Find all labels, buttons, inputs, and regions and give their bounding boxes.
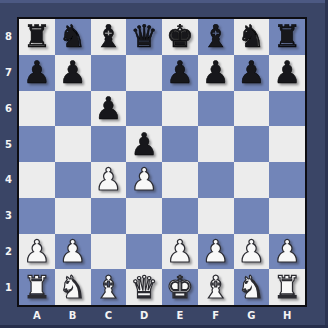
square-a5[interactable] <box>19 126 55 162</box>
rank-label-8: 8 <box>0 19 17 55</box>
square-e4[interactable] <box>162 162 198 198</box>
square-g6[interactable] <box>234 91 270 127</box>
square-g4[interactable] <box>234 162 270 198</box>
white-pawn-b2[interactable]: ♟ <box>59 236 87 267</box>
white-king-e1[interactable]: ♚ <box>166 272 194 303</box>
square-h5[interactable] <box>269 126 305 162</box>
rank-label-4: 4 <box>0 162 17 198</box>
square-f2[interactable]: ♟ <box>198 234 234 270</box>
square-b6[interactable] <box>55 91 91 127</box>
square-f7[interactable]: ♟ <box>198 55 234 91</box>
rank-label-7: 7 <box>0 55 17 91</box>
white-rook-h1[interactable]: ♜ <box>273 272 301 303</box>
square-e7[interactable]: ♟ <box>162 55 198 91</box>
rank-label-6: 6 <box>0 91 17 127</box>
square-b1[interactable]: ♞ <box>55 269 91 305</box>
square-a1[interactable]: ♜ <box>19 269 55 305</box>
rank-label-5: 5 <box>0 126 17 162</box>
square-a7[interactable]: ♟ <box>19 55 55 91</box>
file-labels: ABCDEFGH <box>19 307 305 324</box>
white-knight-b1[interactable]: ♞ <box>59 272 87 303</box>
square-g7[interactable]: ♟ <box>234 55 270 91</box>
white-pawn-h2[interactable]: ♟ <box>273 236 301 267</box>
square-g2[interactable]: ♟ <box>234 234 270 270</box>
white-bishop-c1[interactable]: ♝ <box>94 272 122 303</box>
rank-label-3: 3 <box>0 198 17 234</box>
file-label-b: B <box>55 307 91 324</box>
square-f6[interactable] <box>198 91 234 127</box>
file-label-h: H <box>269 307 305 324</box>
square-d7[interactable] <box>126 55 162 91</box>
square-c3[interactable] <box>91 198 127 234</box>
file-label-c: C <box>91 307 127 324</box>
rank-label-2: 2 <box>0 234 17 270</box>
square-e6[interactable] <box>162 91 198 127</box>
black-pawn-c6[interactable]: ♟ <box>94 93 122 124</box>
black-bishop-c8[interactable]: ♝ <box>94 21 122 52</box>
file-label-e: E <box>162 307 198 324</box>
square-d3[interactable] <box>126 198 162 234</box>
square-d2[interactable] <box>126 234 162 270</box>
square-c5[interactable] <box>91 126 127 162</box>
white-bishop-f1[interactable]: ♝ <box>202 272 230 303</box>
black-pawn-a7[interactable]: ♟ <box>23 57 51 88</box>
white-queen-d1[interactable]: ♛ <box>130 272 158 303</box>
file-label-g: G <box>234 307 270 324</box>
square-b2[interactable]: ♟ <box>55 234 91 270</box>
square-d8[interactable]: ♛ <box>126 19 162 55</box>
square-h8[interactable]: ♜ <box>269 19 305 55</box>
rank-label-1: 1 <box>0 269 17 305</box>
square-a3[interactable] <box>19 198 55 234</box>
square-e2[interactable]: ♟ <box>162 234 198 270</box>
square-a2[interactable]: ♟ <box>19 234 55 270</box>
square-h2[interactable]: ♟ <box>269 234 305 270</box>
black-pawn-f7[interactable]: ♟ <box>202 57 230 88</box>
square-g8[interactable]: ♞ <box>234 19 270 55</box>
square-a4[interactable] <box>19 162 55 198</box>
black-king-e8[interactable]: ♚ <box>166 21 194 52</box>
square-b5[interactable] <box>55 126 91 162</box>
black-knight-b8[interactable]: ♞ <box>59 21 87 52</box>
square-h4[interactable] <box>269 162 305 198</box>
black-pawn-h7[interactable]: ♟ <box>273 57 301 88</box>
white-pawn-e2[interactable]: ♟ <box>166 236 194 267</box>
black-bishop-f8[interactable]: ♝ <box>202 21 230 52</box>
white-rook-a1[interactable]: ♜ <box>23 272 51 303</box>
panel-bevel-top <box>0 0 328 3</box>
square-b3[interactable] <box>55 198 91 234</box>
chess-board-panel: 87654321 ♜♞♝♛♚♝♞♜♟♟♟♟♟♟♟♟♟♟♟♟♟♟♟♟♜♞♝♛♚♝♞… <box>0 0 328 328</box>
square-c4[interactable]: ♟ <box>91 162 127 198</box>
square-a8[interactable]: ♜ <box>19 19 55 55</box>
square-d5[interactable]: ♟ <box>126 126 162 162</box>
black-rook-h8[interactable]: ♜ <box>273 21 301 52</box>
square-c1[interactable]: ♝ <box>91 269 127 305</box>
square-f3[interactable] <box>198 198 234 234</box>
black-pawn-e7[interactable]: ♟ <box>166 57 194 88</box>
square-b7[interactable]: ♟ <box>55 55 91 91</box>
square-d6[interactable] <box>126 91 162 127</box>
square-f5[interactable] <box>198 126 234 162</box>
white-pawn-f2[interactable]: ♟ <box>202 236 230 267</box>
black-queen-d8[interactable]: ♛ <box>130 21 158 52</box>
square-g5[interactable] <box>234 126 270 162</box>
black-knight-g8[interactable]: ♞ <box>237 21 265 52</box>
square-h3[interactable] <box>269 198 305 234</box>
square-d1[interactable]: ♛ <box>126 269 162 305</box>
square-h1[interactable]: ♜ <box>269 269 305 305</box>
black-pawn-g7[interactable]: ♟ <box>237 57 265 88</box>
square-b8[interactable]: ♞ <box>55 19 91 55</box>
square-e5[interactable] <box>162 126 198 162</box>
square-h7[interactable]: ♟ <box>269 55 305 91</box>
white-pawn-d4[interactable]: ♟ <box>130 164 158 195</box>
chess-board: ♜♞♝♛♚♝♞♜♟♟♟♟♟♟♟♟♟♟♟♟♟♟♟♟♜♞♝♛♚♝♞♜ <box>17 17 307 307</box>
white-pawn-c4[interactable]: ♟ <box>94 164 122 195</box>
square-g3[interactable] <box>234 198 270 234</box>
square-a6[interactable] <box>19 91 55 127</box>
square-f1[interactable]: ♝ <box>198 269 234 305</box>
white-pawn-g2[interactable]: ♟ <box>237 236 265 267</box>
square-g1[interactable]: ♞ <box>234 269 270 305</box>
square-h6[interactable] <box>269 91 305 127</box>
square-c7[interactable] <box>91 55 127 91</box>
square-e8[interactable]: ♚ <box>162 19 198 55</box>
rank-labels: 87654321 <box>0 19 17 305</box>
square-d4[interactable]: ♟ <box>126 162 162 198</box>
square-b4[interactable] <box>55 162 91 198</box>
square-f4[interactable] <box>198 162 234 198</box>
file-label-d: D <box>126 307 162 324</box>
square-c6[interactable]: ♟ <box>91 91 127 127</box>
file-label-f: F <box>198 307 234 324</box>
file-label-a: A <box>19 307 55 324</box>
square-c2[interactable] <box>91 234 127 270</box>
square-c8[interactable]: ♝ <box>91 19 127 55</box>
black-rook-a8[interactable]: ♜ <box>23 21 51 52</box>
square-e1[interactable]: ♚ <box>162 269 198 305</box>
white-pawn-a2[interactable]: ♟ <box>23 236 51 267</box>
black-pawn-d5[interactable]: ♟ <box>130 129 158 160</box>
square-e3[interactable] <box>162 198 198 234</box>
white-knight-g1[interactable]: ♞ <box>237 272 265 303</box>
black-pawn-b7[interactable]: ♟ <box>59 57 87 88</box>
square-f8[interactable]: ♝ <box>198 19 234 55</box>
